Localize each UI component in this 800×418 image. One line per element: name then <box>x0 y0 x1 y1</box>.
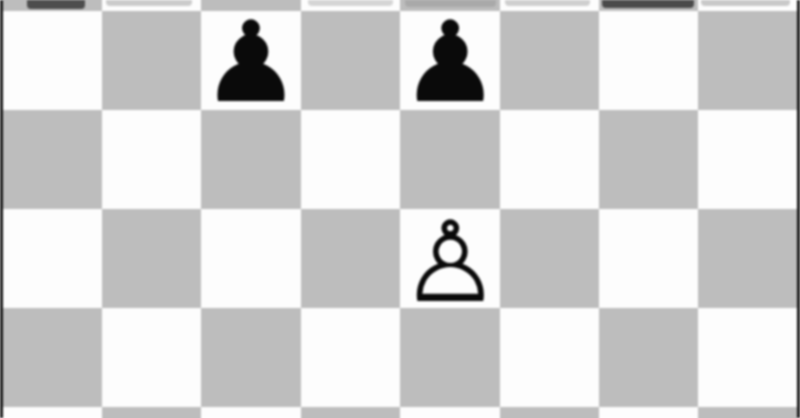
cropped-piece-bottom-col6 <box>505 0 590 6</box>
cropped-piece-bottom-col5 <box>405 0 496 7</box>
board-square-C1[interactable] <box>3 110 102 209</box>
board-square-B5[interactable]: ♟ <box>400 11 500 110</box>
board-area: ♟♟♙ <box>0 0 800 418</box>
white-pawn-icon[interactable]: ♙ <box>400 213 500 312</box>
board-square-D3[interactable] <box>201 209 301 308</box>
cropped-piece-bottom-col1 <box>27 0 85 9</box>
board-square-E3[interactable] <box>201 308 301 407</box>
board-square-B7[interactable] <box>599 11 698 110</box>
board-square-F3[interactable] <box>201 407 301 418</box>
black-pawn-icon[interactable]: ♟ <box>201 13 301 112</box>
board-square-C6[interactable] <box>500 110 599 209</box>
board-square-E1[interactable] <box>3 308 102 407</box>
board-square-F5[interactable] <box>400 407 500 418</box>
board-square-D5[interactable]: ♙ <box>400 209 500 308</box>
black-pawn-icon[interactable]: ♟ <box>400 13 500 112</box>
board-square-B6[interactable] <box>500 11 599 110</box>
chess-diagram-screenshot: ♟♟♙ <box>0 0 800 418</box>
board-square-F8[interactable] <box>698 407 797 418</box>
board-square-D2[interactable] <box>102 209 201 308</box>
board-square-C4[interactable] <box>301 110 400 209</box>
board-square-C8[interactable] <box>698 110 797 209</box>
board-square-E2[interactable] <box>102 308 201 407</box>
board-square-E7[interactable] <box>599 308 698 407</box>
board-square-B1[interactable] <box>3 11 102 110</box>
board-square-B3[interactable]: ♟ <box>201 11 301 110</box>
board-square-E6[interactable] <box>500 308 599 407</box>
board-square-C7[interactable] <box>599 110 698 209</box>
board-square-B8[interactable] <box>698 11 797 110</box>
board-square-D8[interactable] <box>698 209 797 308</box>
board-square-D4[interactable] <box>301 209 400 308</box>
board-square-F2[interactable] <box>102 407 201 418</box>
board-square-D1[interactable] <box>3 209 102 308</box>
board-square-D6[interactable] <box>500 209 599 308</box>
board-square-F4[interactable] <box>301 407 400 418</box>
chess-board-grid: ♟♟♙ <box>3 0 797 418</box>
board-square-F7[interactable] <box>599 407 698 418</box>
board-square-D7[interactable] <box>599 209 698 308</box>
board-square-B4[interactable] <box>301 11 400 110</box>
board-square-F6[interactable] <box>500 407 599 418</box>
board-left-border <box>0 0 3 418</box>
board-square-C2[interactable] <box>102 110 201 209</box>
cropped-piece-bottom-col2 <box>106 0 192 6</box>
cropped-piece-bottom-col8 <box>701 0 790 6</box>
cropped-piece-bottom-col7 <box>602 0 694 8</box>
board-square-F1[interactable] <box>3 407 102 418</box>
cropped-piece-bottom-col4 <box>308 0 393 6</box>
board-square-B2[interactable] <box>102 11 201 110</box>
board-square-E4[interactable] <box>301 308 400 407</box>
board-square-E8[interactable] <box>698 308 797 407</box>
